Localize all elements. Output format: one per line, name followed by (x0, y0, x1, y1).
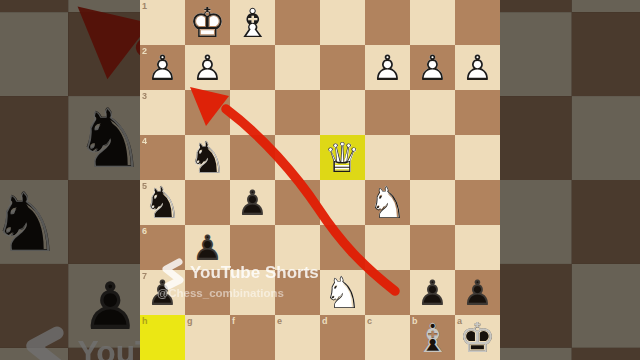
square-d3[interactable] (320, 90, 365, 135)
square-d4[interactable]: ♛♕ (320, 135, 365, 180)
piece-glyph-outline: ♔ (185, 0, 230, 45)
piece-glyph-outline: ♔ (455, 315, 500, 360)
piece-glyph-outline: ♙ (410, 270, 455, 315)
square-f4[interactable] (230, 135, 275, 180)
black-pawn[interactable]: ♟♙ (455, 270, 500, 315)
file-label-e: e (277, 316, 282, 326)
piece-glyph-outline: ♙ (230, 180, 275, 225)
piece-glyph-outline: ♗ (230, 0, 275, 45)
piece-glyph-outline: ♘ (320, 270, 365, 315)
white-pawn[interactable]: ♟♙ (185, 45, 230, 90)
square-a1[interactable] (455, 0, 500, 45)
square-e3[interactable] (275, 90, 320, 135)
rank-label-1: 1 (142, 1, 147, 11)
black-king[interactable]: ♚♔ (455, 315, 500, 360)
square-d2[interactable] (320, 45, 365, 90)
square-a5[interactable] (455, 180, 500, 225)
square-c5[interactable]: ♞♘ (365, 180, 410, 225)
video-frame: 1♚♔♝♗2♟♙♟♙♟♙♟♙♟♙34♞♘♛♕5♞♘♟♙♞♘6♟♙7♟♙♞♘♟♙♟… (0, 0, 640, 360)
file-label-c: c (367, 316, 372, 326)
piece-glyph-outline: ♕ (320, 135, 365, 180)
piece-glyph-outline: ♙ (455, 270, 500, 315)
white-pawn[interactable]: ♟♙ (140, 45, 185, 90)
square-d1[interactable] (320, 0, 365, 45)
square-c6[interactable] (365, 225, 410, 270)
square-g4[interactable]: ♞♘ (185, 135, 230, 180)
white-king[interactable]: ♚♔ (185, 0, 230, 45)
square-b7[interactable]: ♟♙ (410, 270, 455, 315)
square-g3[interactable] (185, 90, 230, 135)
square-g2[interactable]: ♟♙ (185, 45, 230, 90)
square-b2[interactable]: ♟♙ (410, 45, 455, 90)
file-label-g: g (187, 316, 193, 326)
chess-scene: 1♚♔♝♗2♟♙♟♙♟♙♟♙♟♙34♞♘♛♕5♞♘♟♙♞♘6♟♙7♟♙♞♘♟♙♟… (0, 0, 640, 360)
piece-glyph-outline: ♙ (185, 45, 230, 90)
square-b4[interactable] (410, 135, 455, 180)
piece-glyph-outline: ♙ (455, 45, 500, 90)
square-b6[interactable] (410, 225, 455, 270)
black-bishop[interactable]: ♝♗ (410, 315, 455, 360)
square-d6[interactable] (320, 225, 365, 270)
square-f1[interactable]: ♝♗ (230, 0, 275, 45)
square-a8[interactable]: a♚♔ (455, 315, 500, 360)
square-a7[interactable]: ♟♙ (455, 270, 500, 315)
square-b1[interactable] (410, 0, 455, 45)
square-g1[interactable]: ♚♔ (185, 0, 230, 45)
square-c8[interactable]: c (365, 315, 410, 360)
black-pawn[interactable]: ♟♙ (410, 270, 455, 315)
square-h5[interactable]: 5♞♘ (140, 180, 185, 225)
white-pawn[interactable]: ♟♙ (365, 45, 410, 90)
white-pawn[interactable]: ♟♙ (410, 45, 455, 90)
white-knight[interactable]: ♞♘ (320, 270, 365, 315)
square-f2[interactable] (230, 45, 275, 90)
rank-label-4: 4 (142, 136, 147, 146)
square-h3[interactable]: 3 (140, 90, 185, 135)
square-f5[interactable]: ♟♙ (230, 180, 275, 225)
piece-glyph-outline: ♙ (140, 45, 185, 90)
square-a2[interactable]: ♟♙ (455, 45, 500, 90)
square-a3[interactable] (455, 90, 500, 135)
square-e8[interactable]: e (275, 315, 320, 360)
square-d5[interactable] (320, 180, 365, 225)
square-e1[interactable] (275, 0, 320, 45)
file-label-h: h (142, 316, 148, 326)
piece-glyph-outline: ♙ (365, 45, 410, 90)
square-c7[interactable] (365, 270, 410, 315)
black-knight[interactable]: ♞♘ (185, 135, 230, 180)
square-a6[interactable] (455, 225, 500, 270)
file-label-d: d (322, 316, 328, 326)
square-h8[interactable]: h (140, 315, 185, 360)
square-e2[interactable] (275, 45, 320, 90)
square-c1[interactable] (365, 0, 410, 45)
piece-glyph-outline: ♘ (140, 180, 185, 225)
white-queen[interactable]: ♛♕ (320, 135, 365, 180)
piece-glyph-outline: ♙ (410, 45, 455, 90)
white-pawn[interactable]: ♟♙ (455, 45, 500, 90)
piece-glyph-outline: ♘ (185, 135, 230, 180)
square-b3[interactable] (410, 90, 455, 135)
piece-glyph-outline: ♗ (410, 315, 455, 360)
square-c2[interactable]: ♟♙ (365, 45, 410, 90)
square-e5[interactable] (275, 180, 320, 225)
square-h1[interactable]: 1 (140, 0, 185, 45)
square-d7[interactable]: ♞♘ (320, 270, 365, 315)
square-e4[interactable] (275, 135, 320, 180)
black-pawn[interactable]: ♟♙ (230, 180, 275, 225)
white-knight[interactable]: ♞♘ (365, 180, 410, 225)
square-c3[interactable] (365, 90, 410, 135)
square-h2[interactable]: 2♟♙ (140, 45, 185, 90)
square-a4[interactable] (455, 135, 500, 180)
square-c4[interactable] (365, 135, 410, 180)
rank-label-6: 6 (142, 226, 147, 236)
square-h4[interactable]: 4 (140, 135, 185, 180)
square-b8[interactable]: b♝♗ (410, 315, 455, 360)
channel-handle: @Chess_combinations (157, 287, 284, 299)
white-bishop[interactable]: ♝♗ (230, 0, 275, 45)
square-d8[interactable]: d (320, 315, 365, 360)
chess-board[interactable]: 1♚♔♝♗2♟♙♟♙♟♙♟♙♟♙34♞♘♛♕5♞♘♟♙♞♘6♟♙7♟♙♞♘♟♙♟… (140, 0, 500, 360)
piece-glyph-outline: ♘ (365, 180, 410, 225)
square-f8[interactable]: f (230, 315, 275, 360)
square-f3[interactable] (230, 90, 275, 135)
file-label-f: f (232, 316, 235, 326)
brand-text: YouTube Shorts (190, 263, 319, 283)
square-g5[interactable] (185, 180, 230, 225)
rank-label-3: 3 (142, 91, 147, 101)
square-b5[interactable] (410, 180, 455, 225)
square-g8[interactable]: g (185, 315, 230, 360)
black-knight[interactable]: ♞♘ (140, 180, 185, 225)
